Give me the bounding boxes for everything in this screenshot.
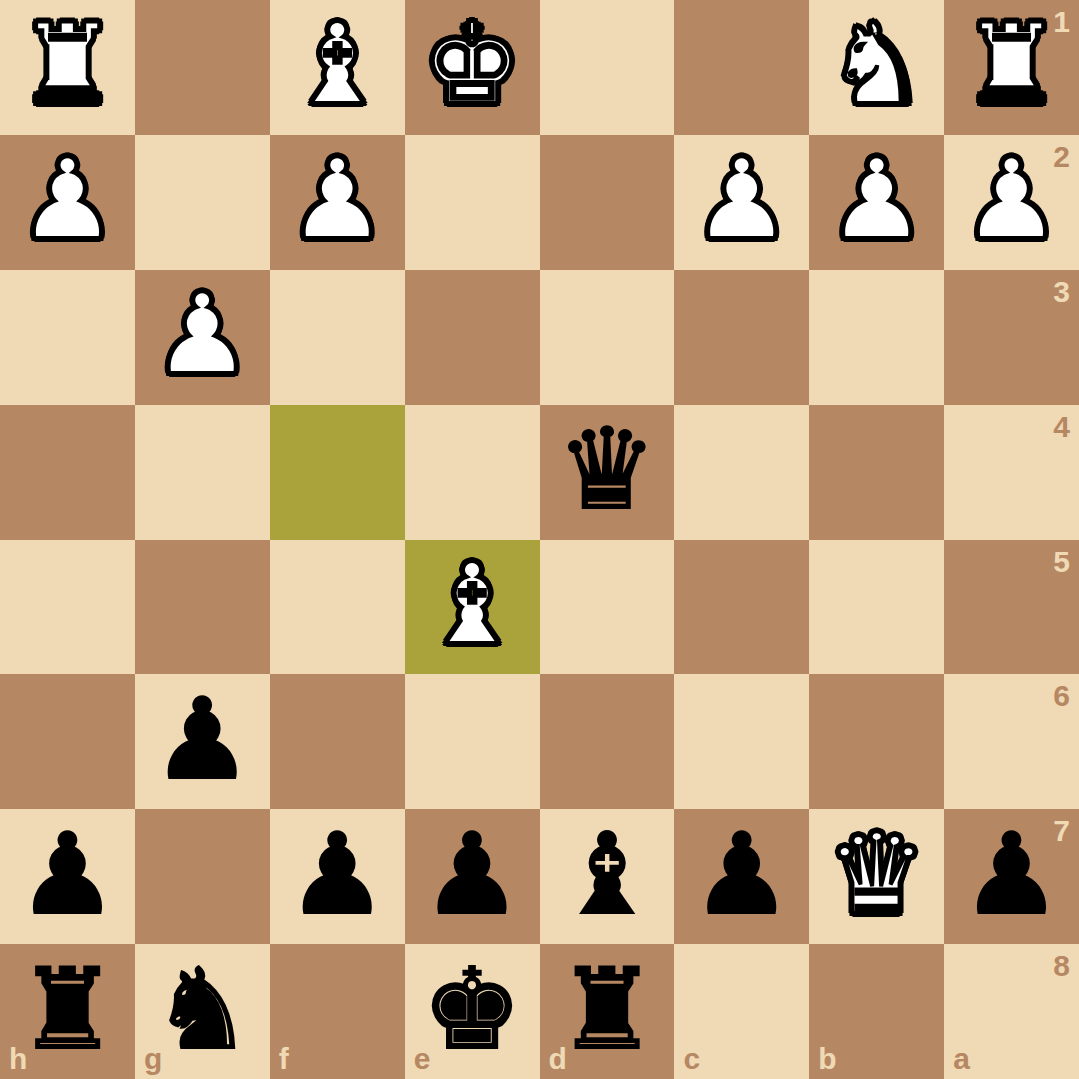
square-h3[interactable]	[0, 270, 135, 405]
square-e8[interactable]: ♚e	[405, 944, 540, 1079]
file-label-e: e	[414, 1044, 431, 1074]
square-e1[interactable]: ♚	[405, 0, 540, 135]
piece-white-pawn[interactable]: ♟	[961, 143, 1061, 255]
square-h4[interactable]	[0, 405, 135, 540]
chess-board: ♜♝♚♞♜1♟♟♟♟♟2♟3♛4♝5♟6♟♟♟♝♟♛♟7♜h♞gf♚e♜dcb8…	[0, 0, 1079, 1079]
square-f2[interactable]: ♟	[270, 135, 405, 270]
piece-white-pawn[interactable]: ♟	[826, 143, 926, 255]
square-c8[interactable]: c	[674, 944, 809, 1079]
square-h5[interactable]	[0, 540, 135, 675]
rank-label-2: 2	[1053, 142, 1070, 172]
square-b6[interactable]	[809, 674, 944, 809]
square-c3[interactable]	[674, 270, 809, 405]
square-g6[interactable]: ♟	[135, 674, 270, 809]
piece-black-rook[interactable]: ♜	[17, 953, 117, 1065]
file-label-b: b	[818, 1044, 836, 1074]
square-f4[interactable]	[270, 405, 405, 540]
piece-black-knight[interactable]: ♞	[152, 953, 252, 1065]
square-d3[interactable]	[540, 270, 675, 405]
square-f5[interactable]	[270, 540, 405, 675]
square-a7[interactable]: ♟7	[944, 809, 1079, 944]
piece-black-bishop[interactable]: ♝	[557, 818, 657, 930]
square-d6[interactable]	[540, 674, 675, 809]
square-b4[interactable]	[809, 405, 944, 540]
square-b7[interactable]: ♛	[809, 809, 944, 944]
square-h7[interactable]: ♟	[0, 809, 135, 944]
square-b5[interactable]	[809, 540, 944, 675]
piece-black-rook[interactable]: ♜	[557, 953, 657, 1065]
square-f3[interactable]	[270, 270, 405, 405]
square-e2[interactable]	[405, 135, 540, 270]
square-a1[interactable]: ♜1	[944, 0, 1079, 135]
square-f6[interactable]	[270, 674, 405, 809]
square-d5[interactable]	[540, 540, 675, 675]
square-d4[interactable]: ♛	[540, 405, 675, 540]
piece-black-pawn[interactable]: ♟	[961, 818, 1061, 930]
square-a4[interactable]: 4	[944, 405, 1079, 540]
piece-white-bishop[interactable]: ♝	[422, 548, 522, 660]
square-d8[interactable]: ♜d	[540, 944, 675, 1079]
piece-black-pawn[interactable]: ♟	[692, 818, 792, 930]
square-e6[interactable]	[405, 674, 540, 809]
square-a8[interactable]: 8a	[944, 944, 1079, 1079]
square-b8[interactable]: b	[809, 944, 944, 1079]
square-b3[interactable]	[809, 270, 944, 405]
piece-white-pawn[interactable]: ♟	[152, 278, 252, 390]
square-g4[interactable]	[135, 405, 270, 540]
square-a5[interactable]: 5	[944, 540, 1079, 675]
piece-white-queen[interactable]: ♛	[826, 818, 926, 930]
piece-black-queen[interactable]: ♛	[557, 413, 657, 525]
square-d2[interactable]	[540, 135, 675, 270]
rank-label-6: 6	[1053, 681, 1070, 711]
piece-white-pawn[interactable]: ♟	[692, 143, 792, 255]
square-a2[interactable]: ♟2	[944, 135, 1079, 270]
square-h1[interactable]: ♜	[0, 0, 135, 135]
piece-black-pawn[interactable]: ♟	[287, 818, 387, 930]
square-c7[interactable]: ♟	[674, 809, 809, 944]
rank-label-7: 7	[1053, 816, 1070, 846]
rank-label-8: 8	[1053, 951, 1070, 981]
piece-black-pawn[interactable]: ♟	[17, 818, 117, 930]
rank-label-1: 1	[1053, 7, 1070, 37]
square-c6[interactable]	[674, 674, 809, 809]
piece-white-king[interactable]: ♚	[422, 8, 522, 120]
square-a6[interactable]: 6	[944, 674, 1079, 809]
square-e4[interactable]	[405, 405, 540, 540]
square-d1[interactable]	[540, 0, 675, 135]
square-a3[interactable]: 3	[944, 270, 1079, 405]
square-c1[interactable]	[674, 0, 809, 135]
square-f1[interactable]: ♝	[270, 0, 405, 135]
square-h2[interactable]: ♟	[0, 135, 135, 270]
square-h6[interactable]	[0, 674, 135, 809]
square-b1[interactable]: ♞	[809, 0, 944, 135]
square-e7[interactable]: ♟	[405, 809, 540, 944]
file-label-c: c	[683, 1044, 700, 1074]
piece-white-bishop[interactable]: ♝	[287, 8, 387, 120]
square-h8[interactable]: ♜h	[0, 944, 135, 1079]
square-c5[interactable]	[674, 540, 809, 675]
square-c4[interactable]	[674, 405, 809, 540]
square-f8[interactable]: f	[270, 944, 405, 1079]
square-e5[interactable]: ♝	[405, 540, 540, 675]
piece-white-knight[interactable]: ♞	[826, 8, 926, 120]
square-c2[interactable]: ♟	[674, 135, 809, 270]
square-f7[interactable]: ♟	[270, 809, 405, 944]
rank-label-4: 4	[1053, 412, 1070, 442]
square-b2[interactable]: ♟	[809, 135, 944, 270]
rank-label-5: 5	[1053, 547, 1070, 577]
file-label-a: a	[953, 1044, 970, 1074]
piece-black-pawn[interactable]: ♟	[152, 683, 252, 795]
square-g7[interactable]	[135, 809, 270, 944]
rank-label-3: 3	[1053, 277, 1070, 307]
square-d7[interactable]: ♝	[540, 809, 675, 944]
square-g2[interactable]	[135, 135, 270, 270]
square-g5[interactable]	[135, 540, 270, 675]
square-g8[interactable]: ♞g	[135, 944, 270, 1079]
piece-black-pawn[interactable]: ♟	[422, 818, 522, 930]
piece-black-king[interactable]: ♚	[422, 953, 522, 1065]
file-label-f: f	[279, 1044, 289, 1074]
square-g1[interactable]	[135, 0, 270, 135]
file-label-d: d	[549, 1044, 567, 1074]
piece-white-pawn[interactable]: ♟	[17, 143, 117, 255]
file-label-g: g	[144, 1044, 162, 1074]
piece-white-rook[interactable]: ♜	[961, 8, 1061, 120]
square-e3[interactable]	[405, 270, 540, 405]
piece-white-rook[interactable]: ♜	[17, 8, 117, 120]
file-label-h: h	[9, 1044, 27, 1074]
square-g3[interactable]: ♟	[135, 270, 270, 405]
piece-white-pawn[interactable]: ♟	[287, 143, 387, 255]
